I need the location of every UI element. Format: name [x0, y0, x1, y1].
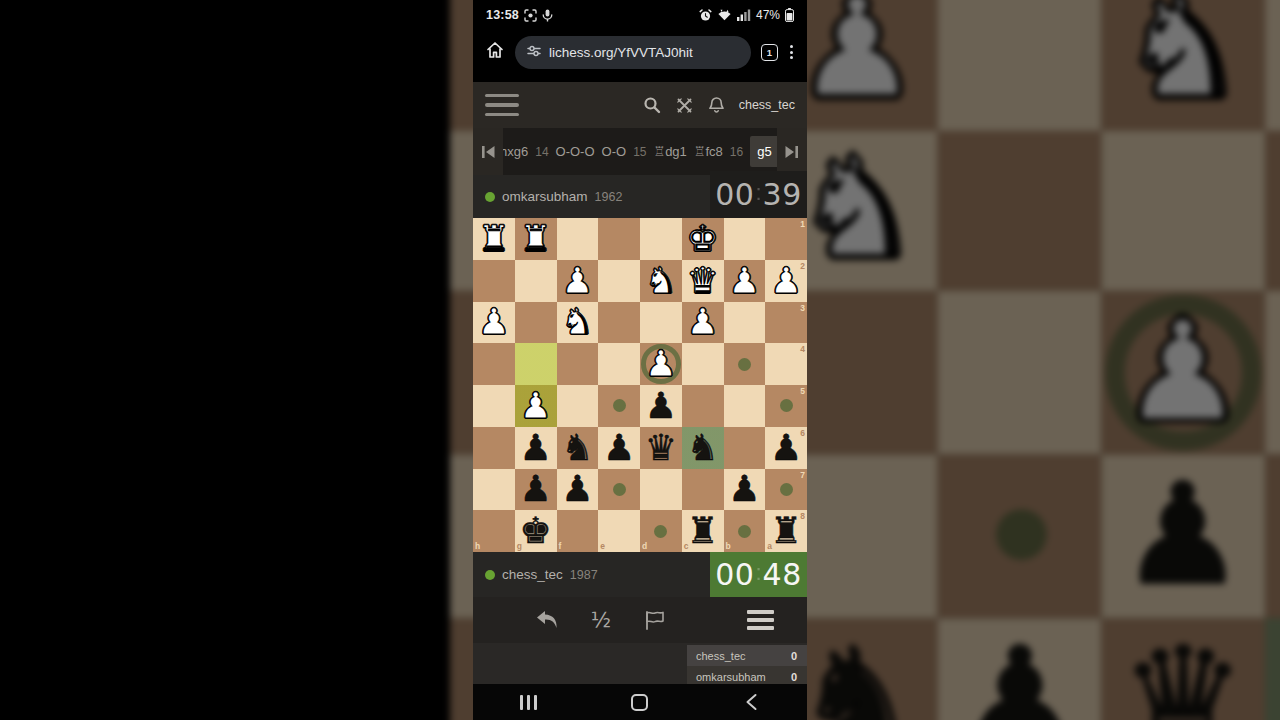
- rank-label-2: 2: [800, 262, 805, 271]
- battery-icon: [785, 8, 794, 22]
- white-knight: ♞: [561, 304, 593, 340]
- black-king: ♚: [519, 513, 551, 549]
- square-b7[interactable]: ♟: [724, 469, 766, 511]
- square-c5[interactable]: [682, 385, 724, 427]
- white-pawn: ♟: [770, 263, 802, 299]
- square-g1[interactable]: ♜: [515, 218, 557, 260]
- white-rook: ♜: [519, 221, 551, 257]
- move-token[interactable]: O-O: [602, 144, 627, 159]
- rank-label-1: 1: [800, 220, 805, 229]
- rank-label-4: 4: [800, 345, 805, 354]
- square-b3[interactable]: [724, 302, 766, 344]
- chess-board: ♜♜♚1♟♞♛♟♟2♟♞♟3♟4♟♟5♟♞♟♛♞♟6♟♟♟7h♚gfed♜cb♜…: [473, 218, 807, 552]
- square-h2[interactable]: [473, 260, 515, 302]
- player-rating-top: 1962: [595, 190, 623, 204]
- black-rook: ♜: [686, 513, 718, 549]
- square-b1[interactable]: [724, 218, 766, 260]
- move-dest-dot: [738, 525, 751, 538]
- file-label-e: e: [600, 542, 605, 551]
- square-d4[interactable]: ♟: [640, 343, 682, 385]
- skip-to-start-icon[interactable]: [481, 145, 496, 159]
- move-dest-dot: [780, 399, 793, 412]
- square-f8[interactable]: f: [557, 510, 599, 552]
- white-pawn: ♟: [728, 263, 760, 299]
- square-c6[interactable]: ♞: [682, 427, 724, 469]
- move-dest-dot: [738, 358, 751, 371]
- square-f5[interactable]: [557, 385, 599, 427]
- recents-icon: [520, 695, 537, 710]
- skip-to-end-icon[interactable]: [784, 145, 799, 159]
- move-number: 14: [535, 145, 548, 159]
- square-a2[interactable]: ♟2: [765, 260, 807, 302]
- square-a4[interactable]: 4: [765, 343, 807, 385]
- score-player-name: chess_tec: [696, 650, 791, 662]
- url-bar[interactable]: lichess.org/YfVVTAJ0hit: [515, 36, 751, 69]
- square-f3[interactable]: ♞: [557, 302, 599, 344]
- square-f4[interactable]: [557, 343, 599, 385]
- move-dest-dot: [613, 399, 626, 412]
- clock-top: 00:39: [710, 171, 807, 218]
- square-e8[interactable]: e: [598, 510, 640, 552]
- player-name-bottom[interactable]: chess_tec: [502, 567, 563, 582]
- online-dot: [485, 192, 495, 202]
- rank-label-7: 7: [800, 471, 805, 480]
- back-button[interactable]: [696, 693, 807, 711]
- square-g5[interactable]: ♟: [515, 385, 557, 427]
- signal-icon: [737, 9, 751, 21]
- black-queen: ♛: [645, 430, 677, 466]
- move-token[interactable]: ♖fc8: [694, 144, 723, 159]
- status-bar: 13:58 47%: [473, 0, 807, 30]
- square-e3[interactable]: [598, 302, 640, 344]
- square-h8[interactable]: h: [473, 510, 515, 552]
- url-text: lichess.org/YfVVTAJ0hit: [549, 45, 693, 60]
- rank-label-8: 8: [800, 512, 805, 521]
- below-actions-area: chess_tec0omkarsubham0: [473, 643, 807, 684]
- square-c4[interactable]: [682, 343, 724, 385]
- phone-screen: 13:58 47%: [473, 0, 807, 720]
- move-token[interactable]: O-O-O: [556, 144, 595, 159]
- mic-icon: [542, 9, 553, 22]
- page-info-icon[interactable]: [527, 43, 541, 61]
- black-pawn: ♟: [645, 388, 677, 424]
- square-f7[interactable]: ♟: [557, 469, 599, 511]
- offer-draw-button[interactable]: ½: [589, 608, 613, 632]
- move-dest-dot: [613, 483, 626, 496]
- battery-percent: 47%: [756, 8, 780, 22]
- browser-toolbar: lichess.org/YfVVTAJ0hit 1: [473, 30, 807, 82]
- square-e2[interactable]: [598, 260, 640, 302]
- square-d8[interactable]: d: [640, 510, 682, 552]
- clock-top-minutes: 00: [715, 177, 754, 212]
- score-table: chess_tec0omkarsubham0: [687, 645, 807, 684]
- move-token[interactable]: ♖dg1: [653, 144, 686, 159]
- square-g4[interactable]: [515, 343, 557, 385]
- home-nav-icon: [631, 694, 648, 711]
- black-pawn: ♟: [603, 430, 635, 466]
- game-menu-icon[interactable]: [747, 610, 774, 630]
- square-d6[interactable]: ♛: [640, 427, 682, 469]
- square-b5[interactable]: [724, 385, 766, 427]
- square-h7[interactable]: [473, 469, 515, 511]
- square-d1[interactable]: [640, 218, 682, 260]
- square-h5[interactable]: [473, 385, 515, 427]
- rank-label-5: 5: [800, 387, 805, 396]
- square-d3[interactable]: [640, 302, 682, 344]
- alarm-icon: [699, 9, 712, 22]
- white-pawn: ♟: [478, 304, 510, 340]
- home-icon[interactable]: [485, 40, 505, 64]
- bell-icon[interactable]: [708, 96, 725, 114]
- square-h1[interactable]: ♜: [473, 218, 515, 260]
- search-icon[interactable]: [643, 96, 661, 114]
- clock-bottom-active: 00:48: [710, 552, 807, 597]
- square-h3[interactable]: ♟: [473, 302, 515, 344]
- square-d5[interactable]: ♟: [640, 385, 682, 427]
- file-label-g: g: [517, 542, 522, 551]
- player-bar-bottom: chess_tec 1987 00:48: [473, 552, 807, 597]
- clock-top-colon: :: [755, 180, 761, 206]
- square-f2[interactable]: ♟: [557, 260, 599, 302]
- black-rook: ♜: [770, 513, 802, 549]
- square-g8[interactable]: ♚g: [515, 510, 557, 552]
- recents-button[interactable]: [473, 695, 584, 710]
- rank-label-6: 6: [800, 429, 805, 438]
- clock-top-seconds: 39: [763, 177, 802, 212]
- white-rook: ♜: [478, 221, 510, 257]
- square-a5[interactable]: 5: [765, 385, 807, 427]
- square-d2[interactable]: ♞: [640, 260, 682, 302]
- square-a3[interactable]: 3: [765, 302, 807, 344]
- black-pawn: ♟: [519, 471, 551, 507]
- move-dest-dot: [780, 483, 793, 496]
- video-frame: 13:58 47%: [0, 0, 1280, 720]
- square-a6[interactable]: ♟6: [765, 427, 807, 469]
- white-pawn: ♟: [561, 263, 593, 299]
- challenge-x-icon[interactable]: [676, 97, 693, 114]
- site-header: chess_tec: [473, 82, 807, 128]
- score-row: omkarsubham0: [687, 666, 807, 684]
- white-pawn: ♟: [645, 346, 677, 382]
- square-a1[interactable]: 1: [765, 218, 807, 260]
- black-pawn: ♟: [519, 430, 551, 466]
- move-dest-dot: [654, 525, 667, 538]
- square-c1[interactable]: ♚: [682, 218, 724, 260]
- square-a8[interactable]: ♜a8: [765, 510, 807, 552]
- takeback-icon[interactable]: [535, 610, 559, 630]
- white-king: ♚: [686, 221, 718, 257]
- square-b4[interactable]: [724, 343, 766, 385]
- file-label-b: b: [726, 542, 731, 551]
- screen-record-icon: [524, 9, 537, 22]
- move-list: hxg614O-O-OO-O15♖dg1♖fc816g5: [503, 128, 777, 175]
- clock-bottom-seconds: 48: [763, 557, 802, 592]
- android-nav-bar: [473, 684, 807, 720]
- square-c2[interactable]: ♛: [682, 260, 724, 302]
- rank-label-3: 3: [800, 304, 805, 313]
- square-c7[interactable]: [682, 469, 724, 511]
- square-c8[interactable]: ♜c: [682, 510, 724, 552]
- tab-switcher-button[interactable]: 1: [761, 44, 778, 61]
- browser-menu-icon[interactable]: [788, 43, 795, 61]
- square-f1[interactable]: [557, 218, 599, 260]
- square-b2[interactable]: ♟: [724, 260, 766, 302]
- square-h6[interactable]: [473, 427, 515, 469]
- status-clock: 13:58: [486, 8, 519, 22]
- square-g3[interactable]: [515, 302, 557, 344]
- player-bar-top: omkarsubham 1962 00:39: [473, 175, 807, 218]
- file-label-a: a: [767, 542, 772, 551]
- square-g7[interactable]: ♟: [515, 469, 557, 511]
- file-label-h: h: [475, 542, 480, 551]
- logged-in-username[interactable]: chess_tec: [739, 98, 795, 112]
- square-b8[interactable]: b: [724, 510, 766, 552]
- file-label-f: f: [559, 542, 562, 551]
- score-player-name: omkarsubham: [696, 671, 791, 683]
- black-pawn: ♟: [770, 430, 802, 466]
- score-value: 0: [791, 650, 797, 662]
- white-pawn: ♟: [686, 304, 718, 340]
- square-e4[interactable]: [598, 343, 640, 385]
- file-label-c: c: [684, 542, 689, 551]
- file-label-d: d: [642, 542, 647, 551]
- back-icon: [744, 693, 758, 711]
- square-g6[interactable]: ♟: [515, 427, 557, 469]
- score-row: chess_tec0: [687, 645, 807, 666]
- player-rating-bottom: 1987: [570, 568, 598, 582]
- move-token[interactable]: g5: [750, 136, 777, 167]
- square-e1[interactable]: [598, 218, 640, 260]
- square-g2[interactable]: [515, 260, 557, 302]
- black-pawn: ♟: [728, 471, 760, 507]
- white-pawn: ♟: [519, 388, 551, 424]
- clock-bottom-colon: :: [755, 560, 761, 586]
- move-token[interactable]: hxg6: [503, 144, 528, 159]
- home-button[interactable]: [584, 694, 695, 711]
- wifi-icon: [717, 9, 732, 22]
- black-knight: ♞: [561, 430, 593, 466]
- white-queen: ♛: [686, 263, 718, 299]
- move-number: 16: [730, 145, 743, 159]
- score-value: 0: [791, 671, 797, 683]
- square-c3[interactable]: ♟: [682, 302, 724, 344]
- game-action-bar: ½: [473, 597, 807, 643]
- white-knight: ♞: [645, 263, 677, 299]
- square-f6[interactable]: ♞: [557, 427, 599, 469]
- site-menu-icon[interactable]: [485, 94, 519, 116]
- clock-bottom-minutes: 00: [715, 557, 754, 592]
- online-dot: [485, 570, 495, 580]
- square-e7[interactable]: [598, 469, 640, 511]
- square-e5[interactable]: [598, 385, 640, 427]
- black-pawn: ♟: [561, 471, 593, 507]
- resign-flag-icon[interactable]: [643, 610, 667, 630]
- square-b6[interactable]: [724, 427, 766, 469]
- move-strip: hxg614O-O-OO-O15♖dg1♖fc816g5: [473, 128, 807, 175]
- black-knight: ♞: [686, 430, 718, 466]
- square-a7[interactable]: 7: [765, 469, 807, 511]
- move-number: 15: [633, 145, 646, 159]
- square-d7[interactable]: [640, 469, 682, 511]
- square-e6[interactable]: ♟: [598, 427, 640, 469]
- square-h4[interactable]: [473, 343, 515, 385]
- player-name-top[interactable]: omkarsubham: [502, 189, 588, 204]
